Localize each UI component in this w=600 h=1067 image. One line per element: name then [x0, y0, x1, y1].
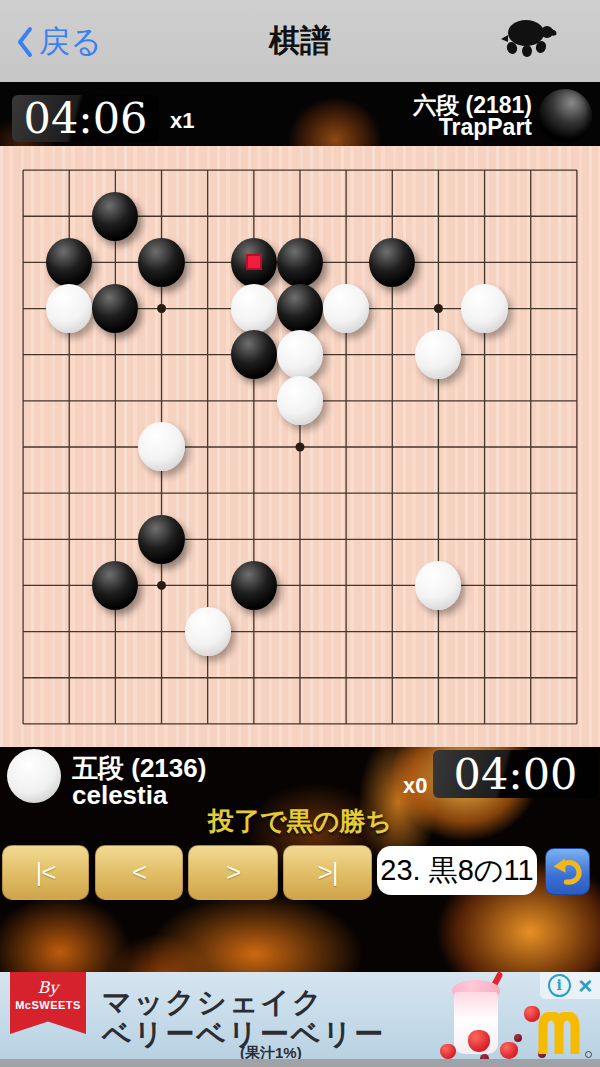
board-point[interactable]: [323, 424, 369, 470]
board-point[interactable]: [323, 701, 369, 747]
board-point[interactable]: [277, 516, 323, 562]
board-point[interactable]: [231, 147, 277, 193]
black-player-bar: 04:06 x1 六段 (2181) TrapPart: [0, 82, 600, 146]
board-point[interactable]: [0, 378, 46, 424]
cherry-graphic: [514, 1034, 522, 1042]
undo-arrow-icon: [552, 856, 584, 888]
white-stone: ○: [185, 607, 231, 656]
stone-grid: ●●●●●●○●○●○○●○○○○●●●○○: [0, 147, 600, 747]
board-point[interactable]: [185, 424, 231, 470]
black-stone: ●: [92, 284, 138, 333]
board-point[interactable]: [323, 239, 369, 285]
board-point[interactable]: ○: [46, 285, 92, 331]
board-point[interactable]: [554, 147, 600, 193]
board-point[interactable]: [92, 516, 138, 562]
board-point[interactable]: [508, 608, 554, 654]
board-point[interactable]: [185, 332, 231, 378]
board-point[interactable]: [46, 332, 92, 378]
board-point[interactable]: [138, 470, 184, 516]
board-point[interactable]: [461, 239, 507, 285]
board-point[interactable]: [508, 470, 554, 516]
board-point[interactable]: [508, 147, 554, 193]
board-point[interactable]: [508, 655, 554, 701]
board-point[interactable]: [461, 378, 507, 424]
board-point[interactable]: ●: [277, 239, 323, 285]
black-stone: ●: [277, 284, 323, 333]
top-bar: 戻る 棋譜: [0, 0, 600, 82]
bottom-flame-section: 五段 (2136) celestia x0 04:00 投了で黒の勝ち |< <…: [0, 747, 600, 972]
board-point[interactable]: ●: [138, 239, 184, 285]
white-stone: ○: [231, 284, 277, 333]
white-timer: 04:00: [433, 750, 598, 798]
board-point[interactable]: [185, 470, 231, 516]
board-point[interactable]: [461, 608, 507, 654]
board-point[interactable]: [277, 701, 323, 747]
move-display: 23. 黒8の11: [377, 846, 537, 895]
board-point[interactable]: [461, 701, 507, 747]
board-point[interactable]: [554, 655, 600, 701]
board-point[interactable]: [92, 701, 138, 747]
board-point[interactable]: [46, 701, 92, 747]
board-point[interactable]: [369, 655, 415, 701]
black-stone: ●: [231, 561, 277, 610]
board-point[interactable]: [369, 608, 415, 654]
board-point[interactable]: [277, 562, 323, 608]
board-point[interactable]: [185, 147, 231, 193]
board-point[interactable]: [461, 424, 507, 470]
ad-ribbon-brand: McSWEETS: [10, 999, 86, 1011]
board-point[interactable]: [185, 701, 231, 747]
mcdonalds-mark-dot: [585, 1051, 592, 1058]
board-point[interactable]: [369, 193, 415, 239]
nav-prev-button[interactable]: <: [95, 845, 183, 900]
board-point[interactable]: ○: [415, 332, 461, 378]
board-point[interactable]: [323, 378, 369, 424]
white-player-rank: 五段 (2136): [72, 755, 206, 782]
board-point[interactable]: [415, 516, 461, 562]
board-point[interactable]: [0, 147, 46, 193]
board-point[interactable]: [415, 193, 461, 239]
black-player-info: 六段 (2181) TrapPart: [413, 94, 532, 138]
board-point[interactable]: [508, 285, 554, 331]
board-point[interactable]: [415, 470, 461, 516]
board-point[interactable]: [231, 701, 277, 747]
strawberry-graphic: [440, 1044, 456, 1059]
board-point[interactable]: ●: [138, 516, 184, 562]
black-stone-avatar: [538, 89, 592, 143]
turtle-icon[interactable]: [500, 13, 558, 61]
board-point[interactable]: [369, 147, 415, 193]
ad-banner[interactable]: By McSWEETS マックシェイク ベリーベリーベリー (果汁1%) i ×: [0, 972, 600, 1059]
board-point[interactable]: [508, 239, 554, 285]
board-point[interactable]: [231, 378, 277, 424]
board-point[interactable]: [185, 239, 231, 285]
board-point[interactable]: [554, 701, 600, 747]
white-stone: ○: [461, 284, 507, 333]
black-stone: ●: [369, 238, 415, 287]
strawberry-graphic: [500, 1042, 518, 1059]
board-point[interactable]: [554, 516, 600, 562]
board-point[interactable]: [554, 285, 600, 331]
board-point[interactable]: [508, 562, 554, 608]
board-point[interactable]: [92, 147, 138, 193]
board-point[interactable]: [92, 608, 138, 654]
board-point[interactable]: [369, 470, 415, 516]
nav-next-button[interactable]: >: [188, 845, 278, 900]
board-point[interactable]: [231, 424, 277, 470]
board-point[interactable]: [92, 239, 138, 285]
board-point[interactable]: [0, 332, 46, 378]
board-point[interactable]: [231, 516, 277, 562]
board-point[interactable]: [46, 562, 92, 608]
board-point[interactable]: [554, 239, 600, 285]
board-point[interactable]: [554, 470, 600, 516]
board-point[interactable]: [554, 608, 600, 654]
board-point[interactable]: ●: [92, 285, 138, 331]
board-point[interactable]: [415, 239, 461, 285]
board-point[interactable]: [231, 655, 277, 701]
board-point[interactable]: [46, 655, 92, 701]
board-point[interactable]: [0, 608, 46, 654]
board-point[interactable]: [508, 193, 554, 239]
board-point[interactable]: [46, 378, 92, 424]
board-point[interactable]: [461, 147, 507, 193]
board-point[interactable]: [92, 332, 138, 378]
board-point[interactable]: ●: [92, 193, 138, 239]
mcdonalds-logo: [538, 1012, 582, 1054]
board-point[interactable]: [46, 470, 92, 516]
milkshake-image: [440, 978, 550, 1059]
black-stone: ●: [92, 192, 138, 241]
board-point[interactable]: [0, 562, 46, 608]
board-point[interactable]: [185, 285, 231, 331]
board-point[interactable]: [369, 562, 415, 608]
go-board[interactable]: ●●●●●●○●○●○○●○○○○●●●○○: [0, 146, 600, 747]
black-stone: ●: [231, 330, 277, 379]
ad-subtext: (果汁1%): [240, 1044, 302, 1059]
board-point[interactable]: [138, 655, 184, 701]
black-timer: 04:06: [12, 95, 159, 142]
board-point[interactable]: [92, 470, 138, 516]
board-point[interactable]: [138, 378, 184, 424]
black-stone: ●: [231, 238, 277, 287]
board-point[interactable]: [508, 378, 554, 424]
board-point[interactable]: [0, 655, 46, 701]
board-point[interactable]: [46, 608, 92, 654]
board-point[interactable]: [554, 193, 600, 239]
board-point[interactable]: [323, 470, 369, 516]
board-point[interactable]: [231, 608, 277, 654]
board-point[interactable]: [369, 516, 415, 562]
board-point[interactable]: [0, 193, 46, 239]
board-point[interactable]: [0, 470, 46, 516]
board-point[interactable]: [508, 516, 554, 562]
board-point[interactable]: [0, 701, 46, 747]
board-point[interactable]: ○: [231, 285, 277, 331]
board-point[interactable]: [185, 516, 231, 562]
black-stone: ●: [277, 238, 323, 287]
board-point[interactable]: [46, 147, 92, 193]
ad-ribbon-by: By: [10, 978, 86, 997]
board-point[interactable]: [415, 378, 461, 424]
white-stone: ○: [277, 330, 323, 379]
board-point[interactable]: [277, 470, 323, 516]
board-point[interactable]: [0, 516, 46, 562]
board-point[interactable]: [277, 424, 323, 470]
board-point[interactable]: [46, 516, 92, 562]
white-stone: ○: [415, 330, 461, 379]
white-stone: ○: [415, 561, 461, 610]
board-point[interactable]: [461, 516, 507, 562]
board-point[interactable]: [185, 562, 231, 608]
board-point[interactable]: [138, 608, 184, 654]
board-point[interactable]: [508, 424, 554, 470]
board-point[interactable]: ●: [277, 285, 323, 331]
white-player-info: 五段 (2136) celestia: [72, 755, 206, 809]
board-point[interactable]: [369, 285, 415, 331]
board-point[interactable]: [554, 332, 600, 378]
board-point[interactable]: [0, 424, 46, 470]
board-point[interactable]: ○: [138, 424, 184, 470]
white-stone: ○: [138, 422, 184, 471]
board-point[interactable]: [415, 147, 461, 193]
board-point[interactable]: [554, 424, 600, 470]
board-point[interactable]: ○: [323, 285, 369, 331]
board-point[interactable]: [415, 285, 461, 331]
board-point[interactable]: [323, 655, 369, 701]
white-stone-avatar: [7, 749, 61, 803]
board-point[interactable]: [369, 701, 415, 747]
board-point[interactable]: [323, 193, 369, 239]
board-point[interactable]: ●: [369, 239, 415, 285]
board-point[interactable]: ●: [231, 239, 277, 285]
board-point[interactable]: [323, 608, 369, 654]
board-point[interactable]: [138, 147, 184, 193]
board-point[interactable]: ●: [231, 562, 277, 608]
ad-close-icon[interactable]: ×: [578, 974, 592, 998]
board-point[interactable]: [231, 470, 277, 516]
board-point[interactable]: [138, 193, 184, 239]
strawberry-graphic: [468, 1030, 490, 1052]
board-point[interactable]: ●: [231, 332, 277, 378]
board-point[interactable]: [461, 193, 507, 239]
board-point[interactable]: [323, 332, 369, 378]
black-stone: ●: [46, 238, 92, 287]
board-point[interactable]: [92, 378, 138, 424]
black-player-name: TrapPart: [413, 116, 532, 138]
ad-info-icon[interactable]: i: [548, 974, 571, 997]
black-stone: ●: [138, 238, 184, 287]
black-timer-multiplier: x1: [170, 108, 194, 134]
board-point[interactable]: ○: [415, 562, 461, 608]
board-point[interactable]: ○: [277, 378, 323, 424]
board-point[interactable]: [277, 655, 323, 701]
board-point[interactable]: [369, 424, 415, 470]
board-point[interactable]: [0, 239, 46, 285]
black-stone: ●: [138, 515, 184, 564]
board-point[interactable]: [323, 562, 369, 608]
board-point[interactable]: [185, 655, 231, 701]
board-point[interactable]: ○: [461, 285, 507, 331]
board-point[interactable]: [461, 655, 507, 701]
board-point[interactable]: [461, 332, 507, 378]
board-point[interactable]: [415, 608, 461, 654]
board-point[interactable]: [185, 378, 231, 424]
board-point[interactable]: [461, 562, 507, 608]
board-point[interactable]: [277, 193, 323, 239]
ad-choice-box: i ×: [540, 972, 600, 999]
board-point[interactable]: [138, 332, 184, 378]
white-stone: ○: [323, 284, 369, 333]
board-point[interactable]: ○: [277, 332, 323, 378]
board-point[interactable]: ●: [92, 562, 138, 608]
board-point[interactable]: [138, 285, 184, 331]
board-point[interactable]: [415, 655, 461, 701]
board-point[interactable]: [508, 701, 554, 747]
board-point[interactable]: [138, 562, 184, 608]
board-point[interactable]: ○: [185, 608, 231, 654]
board-point[interactable]: [323, 516, 369, 562]
board-point[interactable]: [508, 332, 554, 378]
board-point[interactable]: [92, 655, 138, 701]
board-point[interactable]: [92, 424, 138, 470]
board-point[interactable]: [46, 424, 92, 470]
white-stone: ○: [46, 284, 92, 333]
board-point[interactable]: [554, 562, 600, 608]
nav-first-button[interactable]: |<: [2, 845, 89, 900]
board-point[interactable]: [0, 285, 46, 331]
board-point[interactable]: [461, 470, 507, 516]
last-move-marker: [246, 254, 262, 270]
bottom-strip: [0, 1059, 600, 1067]
board-point[interactable]: [369, 332, 415, 378]
board-point[interactable]: [554, 378, 600, 424]
board-point[interactable]: [185, 193, 231, 239]
board-point[interactable]: [415, 701, 461, 747]
board-point[interactable]: [231, 193, 277, 239]
black-stone: ●: [92, 561, 138, 610]
board-point[interactable]: [415, 424, 461, 470]
board-point[interactable]: [46, 193, 92, 239]
undo-button[interactable]: [545, 848, 590, 895]
white-stone: ○: [277, 376, 323, 425]
board-point[interactable]: [323, 147, 369, 193]
board-point[interactable]: [277, 147, 323, 193]
board-point[interactable]: [277, 608, 323, 654]
board-point[interactable]: [138, 701, 184, 747]
black-player-rank: 六段 (2181): [413, 94, 532, 116]
white-timer-multiplier: x0: [403, 773, 427, 799]
screen: 戻る 棋譜 04:06 x1 六段 (2181) TrapPart: [0, 0, 600, 1067]
result-text: 投了で黒の勝ち: [0, 804, 600, 839]
board-point[interactable]: [369, 378, 415, 424]
ad-ribbon: By McSWEETS: [10, 972, 86, 1034]
board-point[interactable]: ●: [46, 239, 92, 285]
nav-last-button[interactable]: >|: [283, 845, 372, 900]
